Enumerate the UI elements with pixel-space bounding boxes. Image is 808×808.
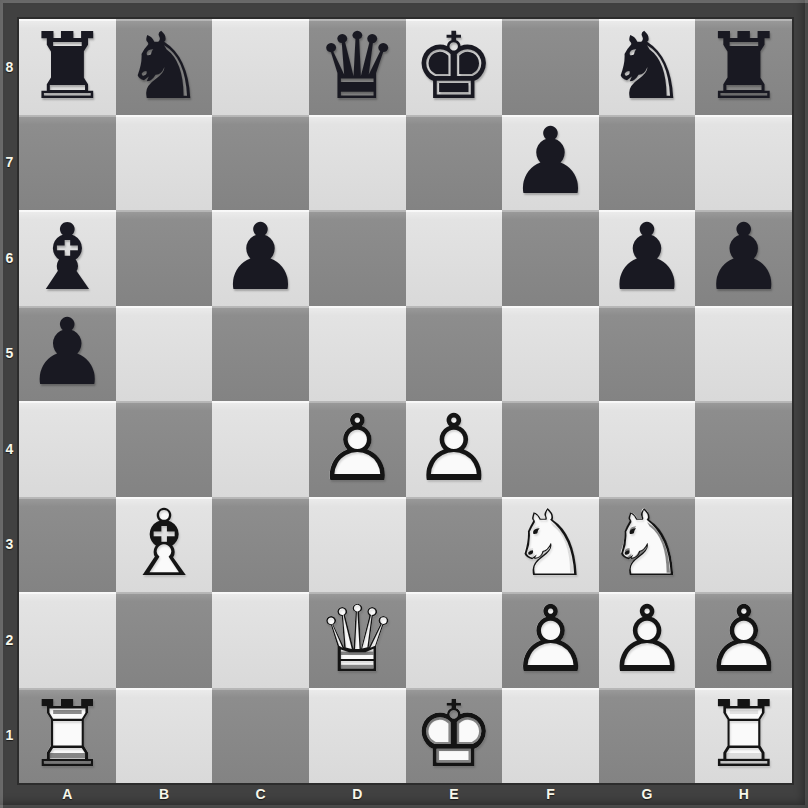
piece-outline-glyph: ♗ [116,497,213,593]
file-label-h: H [695,783,792,808]
rank-label-8: 8 [0,19,19,115]
chess-board-frame: ♜♞♛♚♞♜♟♝♟♟♟♟♟♙♟♙♝♗♞♘♞♘♛♕♟♙♟♙♟♙♜♖♚♔♜♖ 876… [0,0,808,808]
black-queen[interactable]: ♛ [309,19,406,115]
square-c6[interactable]: ♟ [212,210,309,306]
square-e4[interactable]: ♟♙ [406,401,503,497]
black-king[interactable]: ♚ [406,19,503,115]
square-e8[interactable]: ♚ [406,19,503,115]
file-label-g: G [599,783,696,808]
square-b7[interactable] [116,115,213,211]
file-label-e: E [406,783,503,808]
square-c7[interactable] [212,115,309,211]
black-knight[interactable]: ♞ [599,19,696,115]
square-e1[interactable]: ♚♔ [406,688,503,784]
black-knight[interactable]: ♞ [116,19,213,115]
square-e7[interactable] [406,115,503,211]
square-e5[interactable] [406,306,503,402]
square-a2[interactable] [19,592,116,688]
white-knight[interactable]: ♞♘ [599,497,696,593]
white-bishop[interactable]: ♝♗ [116,497,213,593]
piece-outline-glyph: ♘ [599,497,696,593]
rank-label-7: 7 [0,115,19,211]
rank-label-1: 1 [0,688,19,784]
rank-label-5: 5 [0,306,19,402]
file-label-d: D [309,783,406,808]
file-label-a: A [19,783,116,808]
rank-labels: 87654321 [0,19,19,783]
white-pawn[interactable]: ♟♙ [599,592,696,688]
square-h6[interactable]: ♟ [695,210,792,306]
square-a4[interactable] [19,401,116,497]
white-knight[interactable]: ♞♘ [502,497,599,593]
rank-label-4: 4 [0,401,19,497]
square-f6[interactable] [502,210,599,306]
square-g2[interactable]: ♟♙ [599,592,696,688]
white-pawn[interactable]: ♟♙ [406,401,503,497]
square-a6[interactable]: ♝ [19,210,116,306]
square-g4[interactable] [599,401,696,497]
square-c8[interactable] [212,19,309,115]
piece-outline-glyph: ♙ [406,401,503,497]
file-label-f: F [502,783,599,808]
square-f3[interactable]: ♞♘ [502,497,599,593]
black-pawn[interactable]: ♟ [19,306,116,402]
square-f2[interactable]: ♟♙ [502,592,599,688]
square-f8[interactable] [502,19,599,115]
square-g6[interactable]: ♟ [599,210,696,306]
square-b2[interactable] [116,592,213,688]
piece-outline-glyph: ♖ [695,688,792,784]
square-c3[interactable] [212,497,309,593]
rank-label-6: 6 [0,210,19,306]
black-pawn[interactable]: ♟ [502,115,599,211]
file-label-c: C [212,783,309,808]
square-g7[interactable] [599,115,696,211]
square-b6[interactable] [116,210,213,306]
square-b3[interactable]: ♝♗ [116,497,213,593]
piece-outline-glyph: ♔ [406,688,503,784]
square-d3[interactable] [309,497,406,593]
black-rook[interactable]: ♜ [19,19,116,115]
rank-label-2: 2 [0,592,19,688]
square-d7[interactable] [309,115,406,211]
black-pawn[interactable]: ♟ [599,210,696,306]
white-king[interactable]: ♚♔ [406,688,503,784]
white-pawn[interactable]: ♟♙ [502,592,599,688]
black-bishop[interactable]: ♝ [19,210,116,306]
square-g1[interactable] [599,688,696,784]
piece-outline-glyph: ♙ [695,592,792,688]
piece-outline-glyph: ♙ [502,592,599,688]
square-d2[interactable]: ♛♕ [309,592,406,688]
square-c5[interactable] [212,306,309,402]
square-f4[interactable] [502,401,599,497]
file-label-b: B [116,783,213,808]
square-e2[interactable] [406,592,503,688]
piece-outline-glyph: ♘ [502,497,599,593]
square-e3[interactable] [406,497,503,593]
square-b8[interactable]: ♞ [116,19,213,115]
square-g3[interactable]: ♞♘ [599,497,696,593]
rank-label-3: 3 [0,497,19,593]
square-g8[interactable]: ♞ [599,19,696,115]
square-a8[interactable]: ♜ [19,19,116,115]
white-rook[interactable]: ♜♖ [695,688,792,784]
square-h2[interactable]: ♟♙ [695,592,792,688]
square-c1[interactable] [212,688,309,784]
white-pawn[interactable]: ♟♙ [695,592,792,688]
piece-outline-glyph: ♕ [309,592,406,688]
square-h1[interactable]: ♜♖ [695,688,792,784]
square-a1[interactable]: ♜♖ [19,688,116,784]
white-pawn[interactable]: ♟♙ [309,401,406,497]
square-a3[interactable] [19,497,116,593]
square-h4[interactable] [695,401,792,497]
square-b5[interactable] [116,306,213,402]
square-a7[interactable] [19,115,116,211]
black-rook[interactable]: ♜ [695,19,792,115]
square-c2[interactable] [212,592,309,688]
board: ♜♞♛♚♞♜♟♝♟♟♟♟♟♙♟♙♝♗♞♘♞♘♛♕♟♙♟♙♟♙♜♖♚♔♜♖ [19,19,792,783]
square-h8[interactable]: ♜ [695,19,792,115]
square-d5[interactable] [309,306,406,402]
square-d6[interactable] [309,210,406,306]
white-queen[interactable]: ♛♕ [309,592,406,688]
black-pawn[interactable]: ♟ [695,210,792,306]
white-rook[interactable]: ♜♖ [19,688,116,784]
square-c4[interactable] [212,401,309,497]
piece-outline-glyph: ♙ [309,401,406,497]
piece-outline-glyph: ♙ [599,592,696,688]
square-b4[interactable] [116,401,213,497]
square-h7[interactable] [695,115,792,211]
square-a5[interactable]: ♟ [19,306,116,402]
piece-outline-glyph: ♖ [19,688,116,784]
square-g5[interactable] [599,306,696,402]
square-f5[interactable] [502,306,599,402]
file-labels: ABCDEFGH [19,783,792,808]
square-f7[interactable]: ♟ [502,115,599,211]
square-d8[interactable]: ♛ [309,19,406,115]
square-f1[interactable] [502,688,599,784]
square-b1[interactable] [116,688,213,784]
square-h3[interactable] [695,497,792,593]
square-d4[interactable]: ♟♙ [309,401,406,497]
black-pawn[interactable]: ♟ [212,210,309,306]
square-h5[interactable] [695,306,792,402]
square-d1[interactable] [309,688,406,784]
square-e6[interactable] [406,210,503,306]
